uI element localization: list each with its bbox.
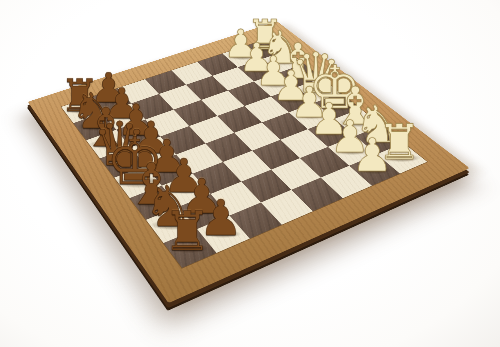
piece-white-pawn-h2[interactable]: ♟	[352, 133, 393, 179]
piece-black-rook-h8[interactable]: ♜	[163, 205, 212, 259]
product-photo: ♜♞♝♛♚♝♞♜♟♟♟♟♟♟♟♟♟♟♟♟♟♟♟♟♜♞♝♛♚♝♞♜	[0, 0, 500, 347]
